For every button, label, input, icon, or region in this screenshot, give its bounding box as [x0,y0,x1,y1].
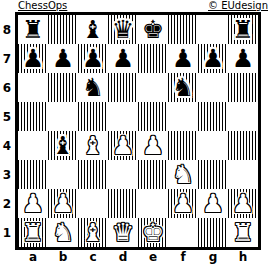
square-b4[interactable]: ♝ [48,131,78,160]
square-c3[interactable] [78,160,108,189]
piece-white-queen: ♛ [112,218,134,247]
piece-white-pawn: ♟ [112,131,134,160]
square-b3[interactable] [48,160,78,189]
piece-black-rook: ♜ [232,15,254,44]
square-g3[interactable] [198,160,228,189]
square-c6[interactable]: ♞ [78,73,108,102]
square-g6[interactable] [198,73,228,102]
piece-white-pawn: ♟ [22,189,44,218]
square-h5[interactable] [228,102,258,131]
square-a2[interactable]: ♟ [18,189,48,218]
square-d2[interactable] [108,189,138,218]
square-d1[interactable]: ♛ [108,218,138,247]
file-label-c: c [78,250,108,264]
square-e1[interactable]: ♚ [138,218,168,247]
app-title: ChessOps [18,0,67,12]
square-h6[interactable] [228,73,258,102]
square-e2[interactable] [138,189,168,218]
piece-black-bishop: ♝ [82,15,104,44]
square-a5[interactable] [18,102,48,131]
rank-label-8: 8 [0,15,14,44]
square-h8[interactable]: ♜ [228,15,258,44]
square-b5[interactable] [48,102,78,131]
square-b1[interactable]: ♞ [48,218,78,247]
square-e5[interactable] [138,102,168,131]
square-a1[interactable]: ♜ [18,218,48,247]
piece-white-pawn: ♟ [232,189,254,218]
file-label-e: e [138,250,168,264]
square-a4[interactable] [18,131,48,160]
square-e8[interactable]: ♚ [138,15,168,44]
piece-black-pawn: ♟ [172,44,194,73]
piece-white-pawn: ♟ [142,131,164,160]
file-label-a: a [18,250,48,264]
square-g7[interactable]: ♟ [198,44,228,73]
square-c4[interactable]: ♝ [78,131,108,160]
piece-white-rook: ♜ [232,218,254,247]
square-c1[interactable]: ♝ [78,218,108,247]
piece-white-pawn: ♟ [202,189,224,218]
rank-label-3: 3 [0,160,14,189]
square-f3[interactable]: ♞ [168,160,198,189]
square-f2[interactable]: ♟ [168,189,198,218]
rank-label-1: 1 [0,218,14,247]
square-h2[interactable]: ♟ [228,189,258,218]
file-label-d: d [108,250,138,264]
square-h1[interactable]: ♜ [228,218,258,247]
piece-black-knight: ♞ [82,73,104,102]
square-d3[interactable] [108,160,138,189]
piece-black-pawn: ♟ [52,44,74,73]
square-b6[interactable] [48,73,78,102]
piece-black-bishop: ♝ [52,131,74,160]
square-g1[interactable] [198,218,228,247]
file-label-b: b [48,250,78,264]
file-label-h: h [228,250,258,264]
square-a8[interactable]: ♜ [18,15,48,44]
square-b8[interactable] [48,15,78,44]
piece-white-bishop: ♝ [82,218,104,247]
square-e3[interactable] [138,160,168,189]
square-e6[interactable] [138,73,168,102]
square-f4[interactable] [168,131,198,160]
rank-labels: 87654321 [0,15,14,247]
square-d7[interactable]: ♟ [108,44,138,73]
piece-black-knight: ♞ [172,73,194,102]
square-h7[interactable]: ♟ [228,44,258,73]
rank-label-2: 2 [0,189,14,218]
piece-black-pawn: ♟ [202,44,224,73]
piece-black-pawn: ♟ [232,44,254,73]
square-c2[interactable] [78,189,108,218]
piece-white-knight: ♞ [172,160,194,189]
square-c7[interactable]: ♟ [78,44,108,73]
piece-black-pawn: ♟ [22,44,44,73]
square-e4[interactable]: ♟ [138,131,168,160]
square-g8[interactable] [198,15,228,44]
file-labels: abcdefgh [18,250,258,264]
square-a6[interactable] [18,73,48,102]
square-f6[interactable]: ♞ [168,73,198,102]
rank-label-5: 5 [0,102,14,131]
piece-white-king: ♚ [142,218,164,247]
rank-label-6: 6 [0,73,14,102]
piece-black-king: ♚ [142,15,164,44]
square-f8[interactable] [168,15,198,44]
square-g2[interactable]: ♟ [198,189,228,218]
square-d5[interactable] [108,102,138,131]
square-e7[interactable] [138,44,168,73]
square-d8[interactable]: ♛ [108,15,138,44]
rank-label-7: 7 [0,44,14,73]
piece-white-rook: ♜ [22,218,44,247]
piece-black-pawn: ♟ [82,44,104,73]
square-f5[interactable] [168,102,198,131]
square-b2[interactable]: ♟ [48,189,78,218]
piece-black-queen: ♛ [112,15,134,44]
file-label-g: g [198,250,228,264]
piece-white-pawn: ♟ [172,189,194,218]
chess-board: ♜♝♛♚♜♟♟♟♟♟♟♟♞♞♝♝♟♟♞♟♟♟♟♟♜♞♝♛♚♜ [15,12,261,250]
piece-white-pawn: ♟ [52,189,74,218]
square-c5[interactable] [78,102,108,131]
square-h4[interactable] [228,131,258,160]
square-h3[interactable] [228,160,258,189]
square-a7[interactable]: ♟ [18,44,48,73]
square-g5[interactable] [198,102,228,131]
piece-white-bishop: ♝ [82,131,104,160]
square-a3[interactable] [18,160,48,189]
file-label-f: f [168,250,198,264]
square-f1[interactable] [168,218,198,247]
square-b7[interactable]: ♟ [48,44,78,73]
credit-link[interactable]: © EUdesign [208,0,268,12]
piece-black-pawn: ♟ [112,44,134,73]
piece-black-rook: ♜ [22,15,44,44]
piece-white-knight: ♞ [52,218,74,247]
square-f7[interactable]: ♟ [168,44,198,73]
square-d6[interactable] [108,73,138,102]
square-d4[interactable]: ♟ [108,131,138,160]
square-c8[interactable]: ♝ [78,15,108,44]
chessops-window: ChessOps © EUdesign 87654321 ♜♝♛♚♜♟♟♟♟♟♟… [0,0,270,270]
rank-label-4: 4 [0,131,14,160]
square-g4[interactable] [198,131,228,160]
